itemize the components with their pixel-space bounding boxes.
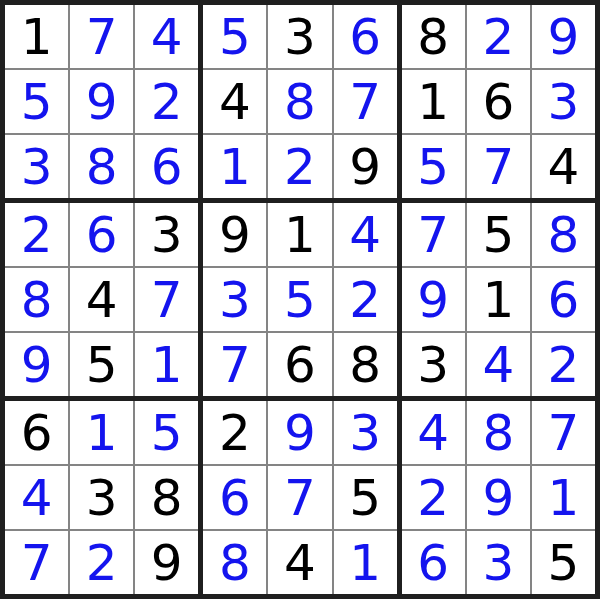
cell-r3c8[interactable]: 7 [467,135,530,198]
cell-r9c4[interactable]: 8 [203,531,266,594]
cell-r5c8[interactable]: 1 [467,268,530,331]
cell-r6c8[interactable]: 4 [467,333,530,396]
cell-r6c6[interactable]: 8 [334,333,397,396]
cell-r4c8[interactable]: 5 [467,203,530,266]
box-3-3: 487291635 [402,401,595,594]
cell-r2c4[interactable]: 4 [203,70,266,133]
cell-r7c5[interactable]: 9 [268,401,331,464]
cell-r5c5[interactable]: 5 [268,268,331,331]
cell-r6c3[interactable]: 1 [135,333,198,396]
cell-r9c6[interactable]: 1 [334,531,397,594]
cell-r4c2[interactable]: 6 [70,203,133,266]
cell-r1c3[interactable]: 4 [135,5,198,68]
cell-r4c4[interactable]: 9 [203,203,266,266]
cell-r6c4[interactable]: 7 [203,333,266,396]
sudoku-board: 1745923865364871298291635742638479519143… [0,0,600,599]
cell-r3c6[interactable]: 9 [334,135,397,198]
cell-r1c8[interactable]: 2 [467,5,530,68]
box-2-3: 758916342 [402,203,595,396]
cell-r6c1[interactable]: 9 [5,333,68,396]
cell-r7c9[interactable]: 7 [532,401,595,464]
cell-r8c9[interactable]: 1 [532,466,595,529]
cell-r5c9[interactable]: 6 [532,268,595,331]
cell-r1c2[interactable]: 7 [70,5,133,68]
cell-r7c2[interactable]: 1 [70,401,133,464]
cell-r1c1[interactable]: 1 [5,5,68,68]
cell-r3c7[interactable]: 5 [402,135,465,198]
cell-r2c5[interactable]: 8 [268,70,331,133]
cell-r4c9[interactable]: 8 [532,203,595,266]
cell-r4c6[interactable]: 4 [334,203,397,266]
cell-r6c9[interactable]: 2 [532,333,595,396]
cell-r6c2[interactable]: 5 [70,333,133,396]
cell-r9c1[interactable]: 7 [5,531,68,594]
cell-r9c9[interactable]: 5 [532,531,595,594]
cell-r2c9[interactable]: 3 [532,70,595,133]
cell-r3c4[interactable]: 1 [203,135,266,198]
cell-r7c7[interactable]: 4 [402,401,465,464]
cell-r8c1[interactable]: 4 [5,466,68,529]
cell-r4c3[interactable]: 3 [135,203,198,266]
cell-r1c6[interactable]: 6 [334,5,397,68]
cell-r9c5[interactable]: 4 [268,531,331,594]
cell-r3c5[interactable]: 2 [268,135,331,198]
cell-r3c9[interactable]: 4 [532,135,595,198]
cell-r8c6[interactable]: 5 [334,466,397,529]
cell-r5c4[interactable]: 3 [203,268,266,331]
cell-r7c4[interactable]: 2 [203,401,266,464]
cell-r7c3[interactable]: 5 [135,401,198,464]
cell-r5c2[interactable]: 4 [70,268,133,331]
cell-r2c8[interactable]: 6 [467,70,530,133]
cell-r1c7[interactable]: 8 [402,5,465,68]
cell-r9c7[interactable]: 6 [402,531,465,594]
box-2-1: 263847951 [5,203,198,396]
cell-r1c9[interactable]: 9 [532,5,595,68]
cell-r7c8[interactable]: 8 [467,401,530,464]
cell-r8c7[interactable]: 2 [402,466,465,529]
cell-r6c5[interactable]: 6 [268,333,331,396]
cell-r5c7[interactable]: 9 [402,268,465,331]
cell-r8c5[interactable]: 7 [268,466,331,529]
box-2-2: 914352768 [203,203,396,396]
cell-r4c1[interactable]: 2 [5,203,68,266]
cell-r3c2[interactable]: 8 [70,135,133,198]
cell-r8c8[interactable]: 9 [467,466,530,529]
cell-r2c2[interactable]: 9 [70,70,133,133]
cell-r2c7[interactable]: 1 [402,70,465,133]
cell-r5c3[interactable]: 7 [135,268,198,331]
cell-r6c7[interactable]: 3 [402,333,465,396]
box-1-1: 174592386 [5,5,198,198]
cell-r2c1[interactable]: 5 [5,70,68,133]
cell-r3c1[interactable]: 3 [5,135,68,198]
cell-r8c4[interactable]: 6 [203,466,266,529]
cell-r4c5[interactable]: 1 [268,203,331,266]
cell-r9c2[interactable]: 2 [70,531,133,594]
cell-r4c7[interactable]: 7 [402,203,465,266]
cell-r2c3[interactable]: 2 [135,70,198,133]
cell-r3c3[interactable]: 6 [135,135,198,198]
box-3-2: 293675841 [203,401,396,594]
cell-r9c3[interactable]: 9 [135,531,198,594]
box-1-2: 536487129 [203,5,396,198]
cell-r2c6[interactable]: 7 [334,70,397,133]
cell-r8c2[interactable]: 3 [70,466,133,529]
cell-r7c1[interactable]: 6 [5,401,68,464]
cell-r1c4[interactable]: 5 [203,5,266,68]
cell-r9c8[interactable]: 3 [467,531,530,594]
cell-r5c1[interactable]: 8 [5,268,68,331]
cell-r7c6[interactable]: 3 [334,401,397,464]
box-1-3: 829163574 [402,5,595,198]
cell-r1c5[interactable]: 3 [268,5,331,68]
cell-r5c6[interactable]: 2 [334,268,397,331]
cell-r8c3[interactable]: 8 [135,466,198,529]
box-3-1: 615438729 [5,401,198,594]
